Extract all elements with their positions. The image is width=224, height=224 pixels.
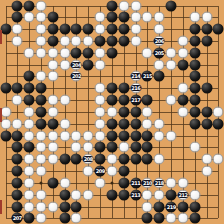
- white-stone: [106, 166, 117, 177]
- move-number-label: 206: [154, 38, 165, 44]
- black-stone: [118, 35, 129, 46]
- black-stone: [12, 142, 23, 153]
- white-stone: [201, 166, 212, 177]
- black-stone: [189, 59, 200, 70]
- white-stone: [47, 59, 58, 70]
- black-stone: [12, 0, 23, 11]
- white-stone: [47, 201, 58, 212]
- black-stone: [130, 130, 141, 141]
- white-stone: [24, 201, 35, 212]
- white-stone: [95, 106, 106, 117]
- black-stone: [71, 24, 82, 35]
- black-stone: [106, 118, 117, 129]
- black-stone: [83, 24, 94, 35]
- white-stone: [47, 142, 58, 153]
- white-stone: [35, 12, 46, 23]
- move-number-label: 213: [130, 192, 141, 198]
- black-stone: [189, 83, 200, 94]
- white-stone: [71, 213, 82, 224]
- white-stone: [24, 12, 35, 23]
- white-stone: [35, 130, 46, 141]
- black-stone: [189, 118, 200, 129]
- black-stone: [106, 142, 117, 153]
- white-stone: [130, 0, 141, 11]
- black-stone: [189, 35, 200, 46]
- white-stone: [47, 106, 58, 117]
- black-stone: [95, 142, 106, 153]
- white-stone: [154, 12, 165, 23]
- black-stone: [189, 24, 200, 35]
- black-stone: [118, 189, 129, 200]
- white-stone: [35, 71, 46, 82]
- black-stone: [35, 118, 46, 129]
- black-stone: [59, 213, 70, 224]
- white-stone: [106, 106, 117, 117]
- black-stone: [154, 213, 165, 224]
- white-stone: [142, 106, 153, 117]
- black-stone: [47, 177, 58, 188]
- white-stone: [177, 83, 188, 94]
- black-stone: [118, 83, 129, 94]
- board-edge-mark: [0, 30, 2, 44]
- move-number-label: 218: [154, 180, 165, 186]
- white-stone: [83, 142, 94, 153]
- white-stone: [95, 47, 106, 58]
- black-stone: [12, 201, 23, 212]
- white-stone: [177, 177, 188, 188]
- black-stone: [189, 213, 200, 224]
- black-stone: [106, 24, 117, 35]
- white-stone: [106, 154, 117, 165]
- black-stone: [59, 189, 70, 200]
- black-stone: [166, 0, 177, 11]
- white-stone: [71, 189, 82, 200]
- white-stone: [201, 12, 212, 23]
- white-stone: [142, 201, 153, 212]
- black-stone: [166, 189, 177, 200]
- move-number-label: 217: [130, 97, 141, 103]
- white-stone: [24, 130, 35, 141]
- move-number-label: 204: [71, 62, 82, 68]
- white-stone: [12, 118, 23, 129]
- black-stone: [106, 83, 117, 94]
- black-stone: [118, 12, 129, 23]
- white-stone: [130, 12, 141, 23]
- white-stone: [71, 142, 82, 153]
- go-board[interactable]: 2022042052062072082092102112122132142152…: [0, 0, 224, 224]
- move-number-label: 205: [154, 50, 165, 56]
- black-stone: [154, 201, 165, 212]
- black-stone: [106, 130, 117, 141]
- black-stone: [12, 83, 23, 94]
- white-stone: [24, 177, 35, 188]
- star-point: [110, 181, 113, 184]
- black-stone: [189, 95, 200, 106]
- black-stone: [189, 106, 200, 117]
- white-stone: [166, 130, 177, 141]
- white-stone: [95, 95, 106, 106]
- black-stone: [213, 118, 224, 129]
- white-stone: [154, 130, 165, 141]
- black-stone: [118, 166, 129, 177]
- white-stone: [189, 142, 200, 153]
- white-stone: [59, 47, 70, 58]
- white-stone: [71, 35, 82, 46]
- black-stone: [189, 201, 200, 212]
- board-edge-mark: [0, 200, 2, 214]
- white-stone: [35, 47, 46, 58]
- white-stone: [35, 166, 46, 177]
- white-stone: [24, 106, 35, 117]
- white-stone: [213, 106, 224, 117]
- black-stone: [189, 71, 200, 82]
- black-stone: [177, 59, 188, 70]
- white-stone: [201, 154, 212, 165]
- white-stone: [177, 106, 188, 117]
- white-stone: [35, 154, 46, 165]
- white-stone: [35, 201, 46, 212]
- white-stone: [59, 59, 70, 70]
- black-stone: [95, 35, 106, 46]
- black-stone: [71, 47, 82, 58]
- black-stone: [59, 201, 70, 212]
- black-stone: [24, 71, 35, 82]
- black-stone: [130, 106, 141, 117]
- black-stone: [213, 24, 224, 35]
- black-stone: [83, 59, 94, 70]
- white-stone: [83, 130, 94, 141]
- white-stone: [83, 189, 94, 200]
- white-stone: [95, 130, 106, 141]
- white-stone: [166, 47, 177, 58]
- black-stone: [95, 154, 106, 165]
- black-stone: [130, 154, 141, 165]
- white-stone: [95, 59, 106, 70]
- move-number-label: 207: [12, 215, 23, 221]
- move-number-label: 212: [178, 192, 189, 198]
- black-stone: [201, 83, 212, 94]
- black-stone: [142, 95, 153, 106]
- white-stone: [35, 142, 46, 153]
- black-stone: [71, 201, 82, 212]
- black-stone: [118, 154, 129, 165]
- white-stone: [47, 130, 58, 141]
- black-stone: [106, 12, 117, 23]
- white-stone: [59, 177, 70, 188]
- white-stone: [47, 95, 58, 106]
- white-stone: [35, 35, 46, 46]
- black-stone: [35, 95, 46, 106]
- black-stone: [35, 83, 46, 94]
- black-stone: [201, 35, 212, 46]
- white-stone: [154, 118, 165, 129]
- black-stone: [130, 142, 141, 153]
- white-stone: [47, 154, 58, 165]
- white-stone: [95, 83, 106, 94]
- black-stone: [142, 213, 153, 224]
- black-stone: [24, 213, 35, 224]
- black-stone: [24, 95, 35, 106]
- board-edge-mark: [0, 108, 2, 122]
- white-stone: [142, 189, 153, 200]
- black-stone: [47, 118, 58, 129]
- white-stone: [95, 24, 106, 35]
- white-stone: [35, 213, 46, 224]
- black-stone: [83, 47, 94, 58]
- black-stone: [118, 95, 129, 106]
- move-number-label: 209: [95, 168, 106, 174]
- white-stone: [95, 177, 106, 188]
- white-stone: [59, 118, 70, 129]
- black-stone: [0, 130, 11, 141]
- white-stone: [35, 24, 46, 35]
- move-number-label: 210: [142, 180, 153, 186]
- white-stone: [142, 118, 153, 129]
- white-stone: [47, 71, 58, 82]
- black-stone: [106, 47, 117, 58]
- black-stone: [118, 130, 129, 141]
- black-stone: [47, 35, 58, 46]
- black-stone: [118, 177, 129, 188]
- black-stone: [201, 24, 212, 35]
- white-stone: [24, 118, 35, 129]
- white-stone: [12, 95, 23, 106]
- white-stone: [166, 177, 177, 188]
- black-stone: [12, 177, 23, 188]
- white-stone: [118, 0, 129, 11]
- black-stone: [12, 166, 23, 177]
- black-stone: [177, 201, 188, 212]
- white-stone: [95, 12, 106, 23]
- black-stone: [106, 0, 117, 11]
- white-stone: [59, 130, 70, 141]
- black-stone: [71, 154, 82, 165]
- black-stone: [106, 95, 117, 106]
- black-stone: [106, 35, 117, 46]
- black-stone: [177, 95, 188, 106]
- black-stone: [47, 24, 58, 35]
- black-stone: [201, 106, 212, 117]
- white-stone: [24, 166, 35, 177]
- black-stone: [12, 189, 23, 200]
- white-stone: [166, 59, 177, 70]
- white-stone: [130, 35, 141, 46]
- screenshot-root: 2022042052062072082092102112122132142152…: [0, 0, 224, 224]
- white-stone: [12, 24, 23, 35]
- black-stone: [59, 154, 70, 165]
- white-stone: [189, 189, 200, 200]
- white-stone: [24, 189, 35, 200]
- white-stone: [177, 35, 188, 46]
- black-stone: [142, 142, 153, 153]
- white-stone: [142, 12, 153, 23]
- black-stone: [35, 106, 46, 117]
- white-stone: [142, 47, 153, 58]
- black-stone: [47, 12, 58, 23]
- white-stone: [213, 154, 224, 165]
- white-stone: [166, 213, 177, 224]
- white-stone: [95, 118, 106, 129]
- black-stone: [118, 106, 129, 117]
- white-stone: [47, 47, 58, 58]
- move-number-label: 202: [71, 73, 82, 79]
- black-stone: [106, 189, 117, 200]
- move-number-label: 216: [130, 85, 141, 91]
- white-stone: [189, 12, 200, 23]
- black-stone: [142, 130, 153, 141]
- white-stone: [35, 0, 46, 11]
- black-stone: [24, 0, 35, 11]
- black-stone: [12, 154, 23, 165]
- black-stone: [118, 118, 129, 129]
- white-stone: [12, 35, 23, 46]
- move-number-label: 219: [166, 204, 177, 210]
- black-stone: [130, 118, 141, 129]
- white-stone: [118, 142, 129, 153]
- black-stone: [142, 154, 153, 165]
- move-number-label: 214: [130, 73, 141, 79]
- white-stone: [177, 213, 188, 224]
- white-stone: [130, 24, 141, 35]
- star-point: [39, 181, 42, 184]
- black-stone: [12, 12, 23, 23]
- move-number-label: 211: [130, 180, 141, 186]
- black-stone: [201, 118, 212, 129]
- black-stone: [24, 142, 35, 153]
- white-stone: [59, 35, 70, 46]
- black-stone: [154, 71, 165, 82]
- black-stone: [189, 47, 200, 58]
- white-stone: [24, 154, 35, 165]
- black-stone: [118, 24, 129, 35]
- white-stone: [154, 24, 165, 35]
- black-stone: [12, 130, 23, 141]
- white-stone: [83, 35, 94, 46]
- move-number-label: 208: [83, 156, 94, 162]
- white-stone: [177, 47, 188, 58]
- white-stone: [166, 95, 177, 106]
- white-stone: [59, 95, 70, 106]
- black-stone: [24, 83, 35, 94]
- white-stone: [154, 154, 165, 165]
- black-stone: [59, 24, 70, 35]
- white-stone: [24, 47, 35, 58]
- black-stone: [0, 83, 11, 94]
- move-number-label: 215: [142, 73, 153, 79]
- white-stone: [35, 189, 46, 200]
- white-stone: [83, 166, 94, 177]
- white-stone: [71, 130, 82, 141]
- white-stone: [154, 59, 165, 70]
- white-stone: [154, 189, 165, 200]
